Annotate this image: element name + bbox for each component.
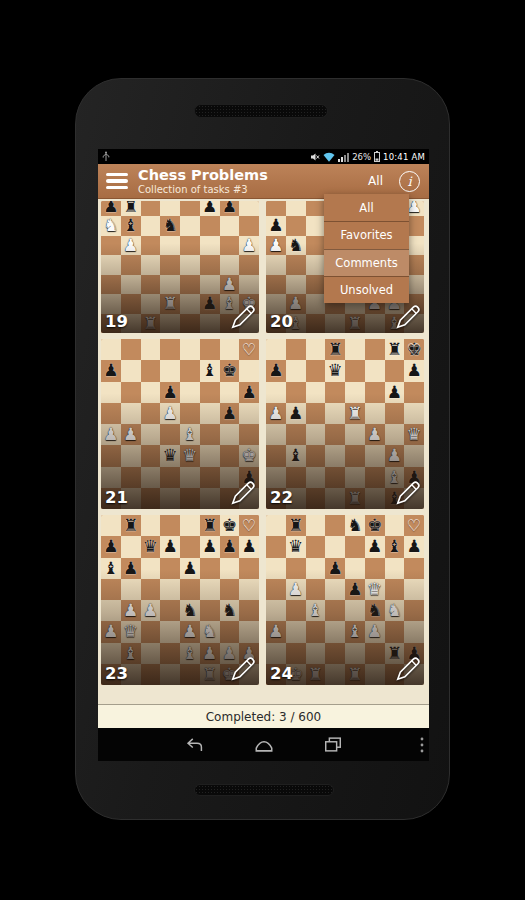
black-knight: ♞ — [163, 217, 178, 234]
square — [286, 600, 306, 621]
square — [266, 275, 286, 295]
square — [141, 403, 161, 424]
square — [200, 445, 220, 466]
square: ♟ — [239, 536, 259, 557]
status-bar: 26% 10:41 AM — [98, 149, 429, 164]
square — [365, 467, 385, 488]
square — [141, 488, 161, 509]
square — [385, 515, 405, 536]
square — [266, 467, 286, 488]
square — [385, 403, 405, 424]
square — [160, 643, 180, 664]
white-pawn: ♟ — [268, 405, 283, 422]
menu-item-unsolved[interactable]: Unsolved — [324, 276, 409, 303]
square: ♟ — [404, 360, 424, 381]
square — [345, 445, 365, 466]
white-knight: ♞ — [202, 623, 217, 640]
square: ♛ — [404, 424, 424, 445]
square — [345, 558, 365, 579]
edit-pencil-icon[interactable] — [229, 479, 257, 507]
square — [220, 255, 240, 275]
black-pawn: ♟ — [367, 538, 382, 555]
square — [101, 275, 121, 295]
square: ♝ — [101, 558, 121, 579]
square — [180, 403, 200, 424]
favorite-heart-icon[interactable]: ♡ — [407, 340, 421, 359]
square: ♟ — [365, 424, 385, 445]
square: ♛ — [325, 360, 345, 381]
square — [141, 558, 161, 579]
black-pawn: ♟ — [123, 560, 138, 577]
white-bishop: ♝ — [347, 623, 362, 640]
square — [160, 339, 180, 360]
square — [325, 579, 345, 600]
stage: 26% 10:41 AM Chess Problems Collection o — [0, 0, 525, 900]
square — [121, 382, 141, 403]
black-pawn: ♟ — [182, 560, 197, 577]
square: ♞ — [200, 621, 220, 642]
black-rook: ♜ — [328, 341, 343, 358]
square: ♟ — [160, 403, 180, 424]
square — [160, 255, 180, 275]
white-pawn: ♟ — [268, 623, 283, 640]
square — [404, 382, 424, 403]
black-pawn: ♟ — [268, 362, 283, 379]
square — [404, 445, 424, 466]
square: ♜ — [385, 339, 405, 360]
square — [121, 445, 141, 466]
square — [239, 579, 259, 600]
white-pawn: ♟ — [123, 602, 138, 619]
square — [325, 621, 345, 642]
bottom-speaker — [194, 784, 334, 796]
square — [286, 360, 306, 381]
square: ♟ — [266, 236, 286, 256]
black-rook: ♜ — [387, 341, 402, 358]
square: ♝ — [286, 445, 306, 466]
square: ♝ — [180, 643, 200, 664]
square — [200, 467, 220, 488]
square: ♟ — [200, 294, 220, 314]
square: ♝ — [385, 536, 405, 557]
square — [365, 445, 385, 466]
square: ♟ — [266, 403, 286, 424]
square — [180, 382, 200, 403]
square — [306, 621, 326, 642]
square: ♜ — [325, 339, 345, 360]
square — [325, 643, 345, 664]
square — [239, 360, 259, 381]
square — [220, 382, 240, 403]
menu-item-all[interactable]: All — [324, 194, 409, 221]
square — [160, 275, 180, 295]
white-rook: ♜ — [347, 490, 362, 507]
square — [160, 236, 180, 256]
square — [325, 536, 345, 557]
square: ♟ — [160, 382, 180, 403]
square: ♟ — [404, 536, 424, 557]
square — [101, 255, 121, 275]
square — [180, 275, 200, 295]
square — [325, 467, 345, 488]
favorite-heart-icon[interactable]: ♡ — [242, 516, 256, 535]
puzzle-card-24[interactable]: ♜♞♚♛♟♝♟♟♟♟♛♝♞♞♟♝♟♜♟♚♜♜24♡ — [266, 515, 424, 685]
black-bishop: ♝ — [288, 447, 303, 464]
white-bishop: ♝ — [182, 426, 197, 443]
square — [404, 558, 424, 579]
square: ♝ — [121, 216, 141, 236]
white-rook: ♜ — [347, 405, 362, 422]
black-bishop: ♝ — [202, 362, 217, 379]
square — [160, 488, 180, 509]
square — [200, 275, 220, 295]
wifi-icon — [323, 152, 335, 162]
square — [121, 536, 141, 557]
app-title: Chess Problems — [138, 167, 268, 184]
square — [101, 382, 121, 403]
square: ♟ — [286, 403, 306, 424]
filter-dropdown-menu: All Favorites Comments Unsolved — [324, 194, 409, 303]
square — [141, 445, 161, 466]
square — [306, 255, 326, 275]
white-knight: ♞ — [387, 602, 402, 619]
white-knight: ♞ — [103, 217, 118, 234]
square — [306, 424, 326, 445]
square — [200, 424, 220, 445]
square: ♛ — [365, 579, 385, 600]
square: ♟ — [266, 360, 286, 381]
square — [266, 424, 286, 445]
square — [306, 579, 326, 600]
square: ♟ — [121, 424, 141, 445]
square — [345, 600, 365, 621]
square: ♜ — [286, 515, 306, 536]
back-button[interactable] — [185, 735, 204, 754]
white-pawn: ♟ — [367, 426, 382, 443]
black-pawn: ♟ — [407, 538, 422, 555]
square — [365, 643, 385, 664]
white-queen: ♛ — [182, 447, 197, 464]
square — [141, 339, 161, 360]
edit-pencil-icon[interactable] — [394, 303, 422, 331]
square — [160, 424, 180, 445]
square: ♞ — [345, 515, 365, 536]
square — [365, 360, 385, 381]
square: ♟ — [239, 236, 259, 256]
square: ♛ — [180, 445, 200, 466]
square — [160, 201, 180, 216]
square — [325, 424, 345, 445]
white-rook: ♜ — [308, 666, 323, 683]
square — [385, 621, 405, 642]
white-queen: ♛ — [407, 426, 422, 443]
black-pawn: ♟ — [103, 201, 118, 215]
square: ♚ — [239, 445, 259, 466]
square — [306, 403, 326, 424]
white-rook: ♜ — [347, 666, 362, 683]
white-pawn: ♟ — [387, 447, 402, 464]
puzzle-card-21[interactable]: ♟♝♚♟♟♟♟♟♟♝♛♛♚♟21♡ — [101, 339, 259, 509]
square — [160, 515, 180, 536]
square: ♟ — [365, 621, 385, 642]
square — [180, 201, 200, 216]
square — [266, 339, 286, 360]
square — [385, 558, 405, 579]
square — [286, 201, 306, 216]
black-pawn: ♟ — [222, 405, 237, 422]
square — [121, 294, 141, 314]
black-queen: ♛ — [288, 538, 303, 555]
square — [239, 216, 259, 236]
square — [101, 236, 121, 256]
black-pawn: ♟ — [242, 384, 257, 401]
completed-bar: Completed: 3 / 600 — [98, 704, 429, 728]
square — [345, 536, 365, 557]
white-pawn: ♟ — [143, 602, 158, 619]
square — [345, 339, 365, 360]
black-pawn: ♟ — [222, 201, 237, 215]
square: ♜ — [121, 201, 141, 216]
black-knight: ♞ — [288, 237, 303, 254]
white-queen: ♛ — [367, 581, 382, 598]
white-queen: ♛ — [123, 623, 138, 640]
square — [266, 536, 286, 557]
square — [306, 488, 326, 509]
square — [306, 445, 326, 466]
hamburger-menu-icon[interactable] — [106, 173, 128, 190]
black-bishop: ♝ — [387, 538, 402, 555]
edit-pencil-icon[interactable] — [394, 655, 422, 683]
square — [180, 488, 200, 509]
white-pawn: ♟ — [288, 581, 303, 598]
square: ♟ — [365, 536, 385, 557]
square — [325, 515, 345, 536]
square: ♜ — [200, 664, 220, 685]
square — [306, 275, 326, 295]
square — [141, 643, 161, 664]
white-rook: ♜ — [143, 315, 158, 332]
square — [266, 579, 286, 600]
square — [180, 294, 200, 314]
filter-spinner[interactable]: All — [368, 174, 383, 188]
square — [180, 255, 200, 275]
square — [180, 467, 200, 488]
square — [239, 255, 259, 275]
square — [306, 360, 326, 381]
overflow-menu-icon[interactable] — [419, 737, 425, 753]
menu-item-favorites[interactable]: Favorites — [324, 221, 409, 248]
home-button[interactable] — [254, 735, 274, 754]
square: ♝ — [200, 360, 220, 381]
square — [266, 445, 286, 466]
black-pawn: ♟ — [288, 405, 303, 422]
square: ♟ — [121, 236, 141, 256]
square: ♟ — [121, 600, 141, 621]
puzzle-number: 19 — [105, 312, 128, 331]
square: ♟ — [220, 275, 240, 295]
black-pawn: ♟ — [202, 201, 217, 215]
square: ♟ — [239, 382, 259, 403]
square — [200, 382, 220, 403]
square: ♟ — [325, 558, 345, 579]
square — [180, 339, 200, 360]
white-pawn: ♟ — [123, 426, 138, 443]
square — [239, 201, 259, 216]
white-pawn: ♟ — [123, 237, 138, 254]
square — [101, 600, 121, 621]
square — [345, 360, 365, 381]
square — [101, 339, 121, 360]
square: ♞ — [220, 600, 240, 621]
square — [306, 236, 326, 256]
black-rook: ♜ — [202, 517, 217, 534]
square: ♝ — [306, 600, 326, 621]
square — [200, 488, 220, 509]
edit-pencil-icon[interactable] — [394, 479, 422, 507]
square: ♜ — [345, 403, 365, 424]
square — [121, 360, 141, 381]
black-rook: ♜ — [123, 201, 138, 215]
white-rook: ♜ — [347, 315, 362, 332]
puzzle-card-22[interactable]: ♜♜♚♟♛♟♟♟♟♜♟♛♝♟♝♟♜♝22♡ — [266, 339, 424, 509]
square: ♟ — [345, 579, 365, 600]
square — [160, 579, 180, 600]
square — [160, 600, 180, 621]
square — [200, 558, 220, 579]
square — [121, 339, 141, 360]
black-knight: ♞ — [347, 517, 362, 534]
square — [325, 488, 345, 509]
square — [200, 314, 220, 334]
square — [141, 467, 161, 488]
square: ♟ — [160, 536, 180, 557]
square — [141, 294, 161, 314]
square: ♞ — [385, 600, 405, 621]
square — [365, 339, 385, 360]
favorite-heart-icon[interactable]: ♡ — [407, 516, 421, 535]
square — [325, 600, 345, 621]
square: ♞ — [101, 216, 121, 236]
square — [220, 216, 240, 236]
square — [220, 339, 240, 360]
screen: 26% 10:41 AM Chess Problems Collection o — [98, 149, 429, 761]
square — [306, 467, 326, 488]
battery-percent: 26% — [352, 152, 371, 162]
square — [286, 424, 306, 445]
square — [345, 424, 365, 445]
white-rook: ♜ — [163, 295, 178, 312]
square — [180, 664, 200, 685]
square: ♟ — [121, 558, 141, 579]
square — [325, 403, 345, 424]
square: ♟ — [200, 643, 220, 664]
app-subtitle: Collection of tasks #3 — [138, 184, 268, 196]
square — [180, 515, 200, 536]
square: ♜ — [345, 488, 365, 509]
navigation-bar — [98, 728, 429, 761]
square — [160, 360, 180, 381]
square — [160, 467, 180, 488]
square — [141, 275, 161, 295]
white-king: ♚ — [242, 447, 257, 464]
info-icon[interactable]: i — [399, 171, 420, 192]
puzzle-card-23[interactable]: ♜♜♚♟♛♟♟♟♟♝♟♟♟♟♞♞♟♛♟♞♝♝♟♟♟♜♚23♡ — [101, 515, 259, 685]
square: ♟ — [200, 536, 220, 557]
black-rook: ♜ — [123, 517, 138, 534]
square: ♛ — [141, 536, 161, 557]
square — [101, 515, 121, 536]
black-knight: ♞ — [367, 602, 382, 619]
white-bishop: ♝ — [182, 645, 197, 662]
square — [220, 558, 240, 579]
square — [101, 403, 121, 424]
puzzle-card-19[interactable]: ♟♜♟♟♞♝♞♟♟♟♜♟♝♚♜19 — [101, 201, 259, 333]
square — [365, 382, 385, 403]
square — [101, 294, 121, 314]
square — [239, 424, 259, 445]
square — [345, 643, 365, 664]
black-pawn: ♟ — [407, 362, 422, 379]
white-bishop: ♝ — [123, 645, 138, 662]
square — [121, 275, 141, 295]
white-bishop: ♝ — [308, 602, 323, 619]
square — [404, 621, 424, 642]
battery-icon — [374, 151, 380, 162]
black-king: ♚ — [367, 517, 382, 534]
white-pawn: ♟ — [103, 426, 118, 443]
black-knight: ♞ — [222, 602, 237, 619]
square — [385, 424, 405, 445]
square — [141, 216, 161, 236]
square — [141, 360, 161, 381]
white-pawn: ♟ — [242, 237, 257, 254]
menu-item-comments[interactable]: Comments — [324, 249, 409, 276]
edit-pencil-icon[interactable] — [229, 655, 257, 683]
square — [266, 643, 286, 664]
square — [325, 445, 345, 466]
edit-pencil-icon[interactable] — [229, 303, 257, 331]
black-king: ♚ — [222, 517, 237, 534]
recents-button[interactable] — [323, 735, 343, 754]
white-pawn: ♟ — [288, 295, 303, 312]
phone-frame: 26% 10:41 AM Chess Problems Collection o — [75, 78, 450, 820]
square: ♟ — [141, 600, 161, 621]
square: ♞ — [160, 216, 180, 236]
square — [306, 382, 326, 403]
square: ♟ — [101, 621, 121, 642]
square — [266, 294, 286, 314]
white-pawn: ♟ — [268, 237, 283, 254]
square — [239, 403, 259, 424]
black-pawn: ♟ — [328, 560, 343, 577]
square: ♛ — [121, 621, 141, 642]
favorite-heart-icon[interactable]: ♡ — [242, 340, 256, 359]
white-pawn: ♟ — [182, 623, 197, 640]
square — [239, 600, 259, 621]
square — [345, 467, 365, 488]
square — [306, 339, 326, 360]
square — [220, 579, 240, 600]
square — [160, 664, 180, 685]
square: ♚ — [220, 360, 240, 381]
square: ♟ — [220, 536, 240, 557]
square — [121, 255, 141, 275]
black-queen: ♛ — [163, 447, 178, 464]
square: ♝ — [345, 621, 365, 642]
square — [306, 536, 326, 557]
black-pawn: ♟ — [163, 384, 178, 401]
square: ♟ — [101, 360, 121, 381]
